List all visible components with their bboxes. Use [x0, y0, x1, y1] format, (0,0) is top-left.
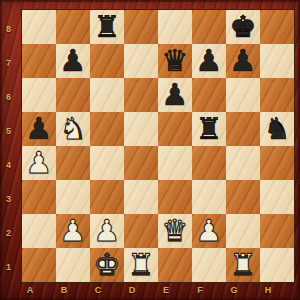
square-g2[interactable]: [226, 214, 260, 248]
rank-label-8: 8: [0, 12, 17, 46]
file-label-d: D: [115, 282, 149, 300]
piece-white-pawn[interactable]: ♟: [22, 146, 56, 180]
square-h6[interactable]: [260, 78, 294, 112]
square-d6[interactable]: [124, 78, 158, 112]
square-e4[interactable]: [158, 146, 192, 180]
square-d3[interactable]: [124, 180, 158, 214]
square-h2[interactable]: [260, 214, 294, 248]
piece-black-pawn[interactable]: ♟: [226, 44, 260, 78]
square-a7[interactable]: [22, 44, 56, 78]
rank-label-7: 7: [0, 46, 17, 80]
rank-label-4: 4: [0, 148, 17, 182]
square-b3[interactable]: [56, 180, 90, 214]
square-g1[interactable]: ♜: [226, 248, 260, 282]
square-g5[interactable]: [226, 112, 260, 146]
file-label-f: F: [183, 282, 217, 300]
square-c7[interactable]: [90, 44, 124, 78]
square-d2[interactable]: [124, 214, 158, 248]
square-c1[interactable]: ♚: [90, 248, 124, 282]
square-c5[interactable]: [90, 112, 124, 146]
file-label-b: B: [47, 282, 81, 300]
square-e6[interactable]: ♟: [158, 78, 192, 112]
square-f2[interactable]: ♟: [192, 214, 226, 248]
square-h4[interactable]: [260, 146, 294, 180]
square-e7[interactable]: ♛: [158, 44, 192, 78]
square-c2[interactable]: ♟: [90, 214, 124, 248]
piece-black-queen[interactable]: ♛: [158, 44, 192, 78]
piece-black-rook[interactable]: ♜: [90, 10, 124, 44]
square-f4[interactable]: [192, 146, 226, 180]
piece-white-knight[interactable]: ♞: [56, 112, 90, 146]
piece-black-pawn[interactable]: ♟: [158, 78, 192, 112]
square-e2[interactable]: ♛: [158, 214, 192, 248]
square-f7[interactable]: ♟: [192, 44, 226, 78]
square-f8[interactable]: [192, 10, 226, 44]
rank-label-5: 5: [0, 114, 17, 148]
square-e1[interactable]: [158, 248, 192, 282]
square-g6[interactable]: [226, 78, 260, 112]
square-c8[interactable]: ♜: [90, 10, 124, 44]
square-g7[interactable]: ♟: [226, 44, 260, 78]
square-c4[interactable]: [90, 146, 124, 180]
piece-white-pawn[interactable]: ♟: [56, 214, 90, 248]
piece-black-king[interactable]: ♚: [226, 10, 260, 44]
piece-white-rook[interactable]: ♜: [226, 248, 260, 282]
square-g8[interactable]: ♚: [226, 10, 260, 44]
square-b7[interactable]: ♟: [56, 44, 90, 78]
square-f6[interactable]: [192, 78, 226, 112]
square-a8[interactable]: [22, 10, 56, 44]
square-b5[interactable]: ♞: [56, 112, 90, 146]
piece-black-pawn[interactable]: ♟: [22, 112, 56, 146]
square-a6[interactable]: [22, 78, 56, 112]
square-b1[interactable]: [56, 248, 90, 282]
square-b4[interactable]: [56, 146, 90, 180]
square-a3[interactable]: [22, 180, 56, 214]
piece-white-pawn[interactable]: ♟: [192, 214, 226, 248]
rank-label-1: 1: [0, 250, 17, 284]
piece-white-pawn[interactable]: ♟: [90, 214, 124, 248]
square-g4[interactable]: [226, 146, 260, 180]
file-labels: ABCDEFGH: [13, 282, 285, 300]
square-e3[interactable]: [158, 180, 192, 214]
piece-black-pawn[interactable]: ♟: [56, 44, 90, 78]
square-g3[interactable]: [226, 180, 260, 214]
square-f3[interactable]: [192, 180, 226, 214]
square-b6[interactable]: [56, 78, 90, 112]
square-f1[interactable]: [192, 248, 226, 282]
chessboard[interactable]: ♜♚♟♛♟♟♟♟♞♜♞♟♟♟♛♟♚♜♜: [22, 10, 294, 282]
square-b2[interactable]: ♟: [56, 214, 90, 248]
square-a4[interactable]: ♟: [22, 146, 56, 180]
piece-white-queen[interactable]: ♛: [158, 214, 192, 248]
piece-black-pawn[interactable]: ♟: [192, 44, 226, 78]
rank-labels: 87654321: [0, 10, 17, 282]
square-d1[interactable]: ♜: [124, 248, 158, 282]
rank-label-3: 3: [0, 182, 17, 216]
file-label-h: H: [251, 282, 285, 300]
file-label-e: E: [149, 282, 183, 300]
square-c3[interactable]: [90, 180, 124, 214]
square-a2[interactable]: [22, 214, 56, 248]
piece-black-knight[interactable]: ♞: [260, 112, 294, 146]
rank-label-6: 6: [0, 80, 17, 114]
square-a5[interactable]: ♟: [22, 112, 56, 146]
piece-white-king[interactable]: ♚: [90, 248, 124, 282]
file-label-a: A: [13, 282, 47, 300]
chessboard-frame: 87654321 ABCDEFGH ♜♚♟♛♟♟♟♟♞♜♞♟♟♟♛♟♚♜♜: [0, 0, 300, 300]
square-h8[interactable]: [260, 10, 294, 44]
rank-label-2: 2: [0, 216, 17, 250]
piece-black-rook[interactable]: ♜: [192, 112, 226, 146]
square-h5[interactable]: ♞: [260, 112, 294, 146]
file-label-g: G: [217, 282, 251, 300]
square-e5[interactable]: [158, 112, 192, 146]
piece-white-rook[interactable]: ♜: [124, 248, 158, 282]
square-c6[interactable]: [90, 78, 124, 112]
square-d4[interactable]: [124, 146, 158, 180]
square-e8[interactable]: [158, 10, 192, 44]
square-h7[interactable]: [260, 44, 294, 78]
square-d5[interactable]: [124, 112, 158, 146]
square-a1[interactable]: [22, 248, 56, 282]
square-h1[interactable]: [260, 248, 294, 282]
square-b8[interactable]: [56, 10, 90, 44]
square-d7[interactable]: [124, 44, 158, 78]
square-f5[interactable]: ♜: [192, 112, 226, 146]
square-d8[interactable]: [124, 10, 158, 44]
file-label-c: C: [81, 282, 115, 300]
square-h3[interactable]: [260, 180, 294, 214]
